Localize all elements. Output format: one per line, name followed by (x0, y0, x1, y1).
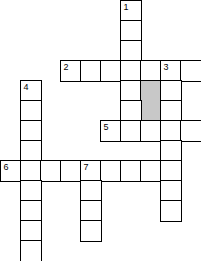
answer-cell[interactable] (20, 220, 42, 242)
answer-cell[interactable] (160, 60, 182, 82)
answer-cell[interactable] (180, 60, 201, 82)
shaded-answer-cell[interactable] (140, 80, 162, 122)
answer-cell[interactable] (60, 60, 82, 82)
answer-cell[interactable] (20, 140, 42, 162)
answer-cell[interactable] (80, 200, 102, 222)
answer-cell[interactable] (100, 60, 122, 82)
answer-cell[interactable] (20, 160, 42, 182)
answer-cell[interactable] (120, 160, 142, 182)
answer-cell[interactable] (120, 60, 142, 82)
answer-cell[interactable] (180, 120, 201, 142)
answer-cell[interactable] (80, 180, 102, 202)
worksheet-page: 1234567 (0, 0, 201, 261)
answer-cell[interactable] (80, 60, 102, 82)
answer-cell[interactable] (160, 180, 182, 202)
answer-cell[interactable] (20, 80, 42, 102)
answer-cell[interactable] (0, 160, 22, 182)
answer-cell[interactable] (160, 100, 182, 122)
answer-cell[interactable] (20, 180, 42, 202)
answer-cell[interactable] (160, 120, 182, 142)
answer-cell[interactable] (20, 200, 42, 222)
answer-cell[interactable] (160, 80, 182, 102)
answer-cell[interactable] (20, 120, 42, 142)
answer-cell[interactable] (100, 120, 122, 142)
answer-cell[interactable] (160, 200, 182, 222)
answer-cell[interactable] (140, 120, 162, 142)
answer-cell[interactable] (160, 140, 182, 162)
answer-cell[interactable] (60, 160, 82, 182)
answer-cell[interactable] (120, 120, 142, 142)
answer-cell[interactable] (120, 80, 142, 102)
answer-cell[interactable] (80, 220, 102, 242)
answer-cell[interactable] (20, 240, 42, 261)
answer-cell[interactable] (80, 160, 102, 182)
answer-cell[interactable] (120, 0, 142, 22)
answer-cell[interactable] (100, 160, 122, 182)
answer-cell[interactable] (140, 60, 162, 82)
answer-cell[interactable] (140, 160, 162, 182)
answer-cell[interactable] (40, 160, 62, 182)
answer-cell[interactable] (160, 160, 182, 182)
crossword-board: 1234567 (0, 0, 201, 261)
answer-cell[interactable] (120, 40, 142, 62)
answer-cell[interactable] (120, 20, 142, 42)
answer-cell[interactable] (20, 100, 42, 122)
answer-cell[interactable] (120, 100, 142, 122)
